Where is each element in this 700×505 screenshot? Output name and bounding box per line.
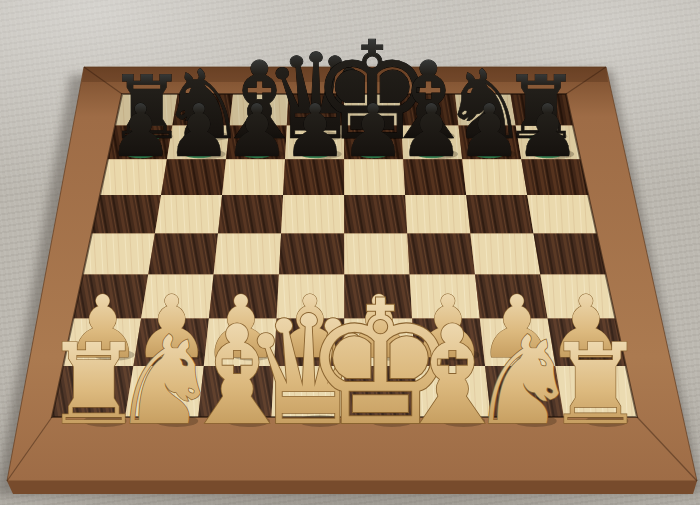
square-a5[interactable]: [92, 195, 161, 233]
square-h4[interactable]: [534, 233, 606, 274]
square-f5[interactable]: [405, 195, 470, 233]
pawn-glyph: ♟: [457, 89, 522, 173]
pawn-glyph: ♟: [166, 89, 231, 173]
square-b4[interactable]: [148, 233, 218, 274]
piece-black-pawn[interactable]: ♟: [457, 89, 522, 173]
square-g4[interactable]: [470, 233, 540, 274]
piece-black-pawn[interactable]: ♟: [166, 89, 231, 173]
square-b5[interactable]: [155, 195, 222, 233]
pawn-glyph: ♟: [282, 89, 347, 173]
pawn-glyph: ♟: [341, 89, 406, 173]
square-g5[interactable]: [466, 195, 533, 233]
piece-black-pawn[interactable]: ♟: [224, 89, 289, 173]
rook-glyph: ♜: [546, 320, 646, 449]
photo-scene: ♜♞♝♛♚♝♞♜♟♟♟♟♟♟♟♟♟♟♟♟♟♟♟♟♜♞♝♛♚♝♞♜: [0, 0, 700, 505]
pawn-glyph: ♟: [515, 89, 580, 173]
pawn-glyph: ♟: [224, 89, 289, 173]
square-c4[interactable]: [214, 233, 282, 274]
pawn-glyph: ♟: [399, 89, 464, 173]
piece-black-pawn[interactable]: ♟: [515, 89, 580, 173]
square-c5[interactable]: [218, 195, 283, 233]
piece-white-rook[interactable]: ♜: [546, 320, 646, 449]
square-h5[interactable]: [527, 195, 596, 233]
chess-board[interactable]: ♜♞♝♛♚♝♞♜♟♟♟♟♟♟♟♟♟♟♟♟♟♟♟♟♜♞♝♛♚♝♞♜: [0, 0, 700, 505]
piece-black-pawn[interactable]: ♟: [399, 89, 464, 173]
square-e5[interactable]: [344, 195, 407, 233]
square-a4[interactable]: [83, 233, 155, 274]
piece-black-pawn[interactable]: ♟: [341, 89, 406, 173]
pawn-glyph: ♟: [108, 89, 173, 173]
square-d5[interactable]: [281, 195, 344, 233]
piece-black-pawn[interactable]: ♟: [282, 89, 347, 173]
piece-black-pawn[interactable]: ♟: [108, 89, 173, 173]
board-frame-edge: [7, 481, 697, 494]
